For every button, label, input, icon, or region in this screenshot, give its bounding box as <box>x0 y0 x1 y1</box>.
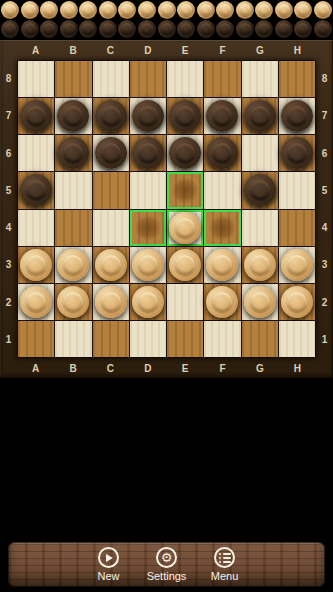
square-b7[interactable] <box>55 98 91 134</box>
light-man-f2[interactable] <box>206 286 238 318</box>
rank-label-3: 3 <box>0 246 17 283</box>
file-label-e: E <box>167 358 204 378</box>
nav-label: New <box>97 571 119 582</box>
square-b3[interactable] <box>55 247 91 283</box>
file-label-b: B <box>54 358 91 378</box>
square-f8[interactable] <box>204 61 240 97</box>
tray-piece-light <box>177 1 195 19</box>
square-e6[interactable] <box>167 135 203 171</box>
tray-piece-dark <box>21 20 39 38</box>
file-label-c: C <box>92 40 129 60</box>
file-label-c: C <box>92 358 129 378</box>
square-d8[interactable] <box>130 61 166 97</box>
light-man-a2[interactable] <box>20 286 52 318</box>
square-c5[interactable] <box>93 172 129 208</box>
tray-piece-light <box>275 1 293 19</box>
square-a1[interactable] <box>18 321 54 357</box>
dark-man-a7[interactable] <box>20 100 52 132</box>
square-e1[interactable] <box>167 321 203 357</box>
light-man-f3[interactable] <box>206 249 238 281</box>
square-a3[interactable] <box>18 247 54 283</box>
rank-label-7: 7 <box>316 97 333 134</box>
play-icon <box>98 547 119 568</box>
square-d5[interactable] <box>130 172 166 208</box>
square-b4[interactable] <box>55 210 91 246</box>
square-e5[interactable] <box>167 172 203 208</box>
tray-piece-light <box>197 1 215 19</box>
tray-piece-light <box>216 1 234 19</box>
square-h6[interactable] <box>279 135 315 171</box>
square-e7[interactable] <box>167 98 203 134</box>
square-g4[interactable] <box>242 210 278 246</box>
square-e3[interactable] <box>167 247 203 283</box>
rank-label-1: 1 <box>316 321 333 358</box>
tray-piece-dark <box>255 20 273 38</box>
tray-piece-light <box>118 1 136 19</box>
file-label-e: E <box>167 40 204 60</box>
file-label-h: H <box>279 40 316 60</box>
tray-piece-dark <box>40 20 58 38</box>
tray-piece-dark <box>294 20 312 38</box>
square-c1[interactable] <box>93 321 129 357</box>
light-man-c2[interactable] <box>95 286 127 318</box>
dark-man-c6[interactable] <box>95 137 127 169</box>
square-g6[interactable] <box>242 135 278 171</box>
file-label-f: F <box>204 40 241 60</box>
dark-man-d7[interactable] <box>132 100 164 132</box>
square-h8[interactable] <box>279 61 315 97</box>
rank-label-8: 8 <box>316 60 333 97</box>
dark-man-e6[interactable] <box>169 137 201 169</box>
square-e2[interactable] <box>167 284 203 320</box>
square-a2[interactable] <box>18 284 54 320</box>
square-a4[interactable] <box>18 210 54 246</box>
file-label-d: D <box>129 40 166 60</box>
square-c8[interactable] <box>93 61 129 97</box>
rank-label-6: 6 <box>0 135 17 172</box>
file-label-g: G <box>241 40 278 60</box>
square-h7[interactable] <box>279 98 315 134</box>
menu-button[interactable]: Menu <box>196 547 254 582</box>
tray-piece-light <box>236 1 254 19</box>
square-c6[interactable] <box>93 135 129 171</box>
dark-man-f7[interactable] <box>206 100 238 132</box>
light-man-h2[interactable] <box>281 286 313 318</box>
file-labels-top: ABCDEFGH <box>17 40 316 60</box>
tray-piece-dark <box>197 20 215 38</box>
list-icon <box>214 547 235 568</box>
tray-piece-dark <box>118 20 136 38</box>
tray-light-row <box>0 0 333 19</box>
square-c3[interactable] <box>93 247 129 283</box>
dark-man-g5[interactable] <box>244 174 276 206</box>
light-man-g3[interactable] <box>244 249 276 281</box>
light-man-d2[interactable] <box>132 286 164 318</box>
square-a8[interactable] <box>18 61 54 97</box>
file-label-g: G <box>241 358 278 378</box>
tray-piece-dark <box>1 20 19 38</box>
rank-label-6: 6 <box>316 135 333 172</box>
light-man-h3[interactable] <box>281 249 313 281</box>
square-f6[interactable] <box>204 135 240 171</box>
tray-piece-dark <box>138 20 156 38</box>
tray-piece-light <box>21 1 39 19</box>
light-man-e3[interactable] <box>169 249 201 281</box>
square-c2[interactable] <box>93 284 129 320</box>
square-d6[interactable] <box>130 135 166 171</box>
light-man-b3[interactable] <box>57 249 89 281</box>
tray-piece-dark <box>236 20 254 38</box>
rank-label-5: 5 <box>0 172 17 209</box>
nav-label: Settings <box>147 571 187 582</box>
square-d2[interactable] <box>130 284 166 320</box>
light-man-b2[interactable] <box>57 286 89 318</box>
rank-label-5: 5 <box>316 172 333 209</box>
square-f4[interactable] <box>204 210 240 246</box>
square-a6[interactable] <box>18 135 54 171</box>
rank-label-2: 2 <box>0 284 17 321</box>
rank-label-7: 7 <box>0 97 17 134</box>
dark-man-a5[interactable] <box>20 174 52 206</box>
tray-piece-light <box>1 1 19 19</box>
dark-man-f6[interactable] <box>206 137 238 169</box>
square-e8[interactable] <box>167 61 203 97</box>
tray-piece-light <box>60 1 78 19</box>
square-h3[interactable] <box>279 247 315 283</box>
light-man-g2[interactable] <box>244 286 276 318</box>
dark-man-b6[interactable] <box>57 137 89 169</box>
rank-label-1: 1 <box>0 321 17 358</box>
file-label-a: A <box>17 358 54 378</box>
tray-piece-dark <box>99 20 117 38</box>
file-label-f: F <box>204 358 241 378</box>
dark-man-h6[interactable] <box>281 137 313 169</box>
square-f1[interactable] <box>204 321 240 357</box>
square-h2[interactable] <box>279 284 315 320</box>
square-h1[interactable] <box>279 321 315 357</box>
rank-labels-left: 87654321 <box>0 60 17 358</box>
rank-labels-right: 87654321 <box>316 60 333 358</box>
tray-piece-light <box>99 1 117 19</box>
square-h5[interactable] <box>279 172 315 208</box>
file-labels-bottom: ABCDEFGH <box>17 358 316 378</box>
dark-man-h7[interactable] <box>281 100 313 132</box>
bottom-toolbar: New⚙SettingsMenu <box>8 542 325 587</box>
square-b2[interactable] <box>55 284 91 320</box>
square-b6[interactable] <box>55 135 91 171</box>
square-g8[interactable] <box>242 61 278 97</box>
dark-man-g7[interactable] <box>244 100 276 132</box>
tray-piece-dark <box>79 20 97 38</box>
square-g3[interactable] <box>242 247 278 283</box>
square-h4[interactable] <box>279 210 315 246</box>
square-d3[interactable] <box>130 247 166 283</box>
tray-piece-dark <box>275 20 293 38</box>
rank-label-2: 2 <box>316 284 333 321</box>
square-d7[interactable] <box>130 98 166 134</box>
square-e4[interactable] <box>167 210 203 246</box>
checkers-board[interactable] <box>17 60 316 358</box>
square-g1[interactable] <box>242 321 278 357</box>
gear-icon: ⚙ <box>156 547 177 568</box>
dark-man-e7[interactable] <box>169 100 201 132</box>
tray-piece-dark <box>158 20 176 38</box>
square-f3[interactable] <box>204 247 240 283</box>
rank-label-3: 3 <box>316 246 333 283</box>
tray-piece-light <box>294 1 312 19</box>
tray-piece-dark <box>314 20 332 38</box>
dark-man-d6[interactable] <box>132 137 164 169</box>
nav-label: Menu <box>211 571 239 582</box>
square-b5[interactable] <box>55 172 91 208</box>
tray-piece-dark <box>60 20 78 38</box>
square-a5[interactable] <box>18 172 54 208</box>
tray-piece-light <box>138 1 156 19</box>
square-f5[interactable] <box>204 172 240 208</box>
square-g2[interactable] <box>242 284 278 320</box>
rank-label-8: 8 <box>0 60 17 97</box>
settings-button[interactable]: ⚙Settings <box>138 547 196 582</box>
board-frame: ABCDEFGH 87654321 87654321 ABCDEFGH <box>0 40 333 378</box>
light-man-c3[interactable] <box>95 249 127 281</box>
square-b1[interactable] <box>55 321 91 357</box>
square-b8[interactable] <box>55 61 91 97</box>
tray-piece-light <box>79 1 97 19</box>
file-label-d: D <box>129 358 166 378</box>
light-man-a3[interactable] <box>20 249 52 281</box>
square-a7[interactable] <box>18 98 54 134</box>
captured-piece-tray <box>0 0 333 40</box>
square-d4[interactable] <box>130 210 166 246</box>
square-c4[interactable] <box>93 210 129 246</box>
tray-piece-light <box>40 1 58 19</box>
light-man-e4[interactable] <box>169 212 201 244</box>
file-label-a: A <box>17 40 54 60</box>
tray-piece-light <box>314 1 332 19</box>
dark-man-b7[interactable] <box>57 100 89 132</box>
dark-man-c7[interactable] <box>95 100 127 132</box>
square-f2[interactable] <box>204 284 240 320</box>
file-label-h: H <box>279 358 316 378</box>
square-f7[interactable] <box>204 98 240 134</box>
square-d1[interactable] <box>130 321 166 357</box>
file-label-b: B <box>54 40 91 60</box>
tray-piece-light <box>255 1 273 19</box>
rank-label-4: 4 <box>316 209 333 246</box>
rank-label-4: 4 <box>0 209 17 246</box>
new-button[interactable]: New <box>80 547 138 582</box>
light-man-d3[interactable] <box>132 249 164 281</box>
tray-piece-light <box>158 1 176 19</box>
square-g7[interactable] <box>242 98 278 134</box>
square-g5[interactable] <box>242 172 278 208</box>
square-c7[interactable] <box>93 98 129 134</box>
tray-dark-row <box>0 19 333 38</box>
tray-piece-dark <box>177 20 195 38</box>
tray-piece-dark <box>216 20 234 38</box>
